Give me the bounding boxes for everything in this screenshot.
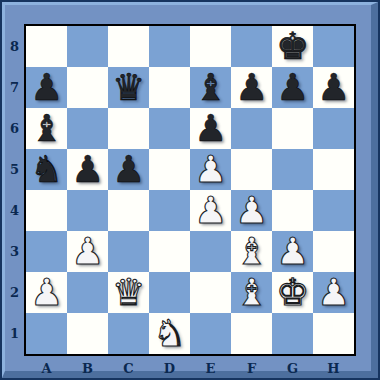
square-f4[interactable]: ♟: [231, 190, 272, 231]
square-f6[interactable]: [231, 108, 272, 149]
piece-white-pawn: ♟: [30, 272, 63, 313]
square-e5[interactable]: ♟: [190, 149, 231, 190]
file-label-e: E: [190, 356, 231, 378]
square-d1[interactable]: ♞: [149, 313, 190, 354]
board-border: ♚♟♛♝♟♟♟♝♟♞♟♟♟♟♟♟♝♟♟♛♝♚♟♞: [24, 24, 356, 356]
square-h5[interactable]: [313, 149, 354, 190]
piece-black-pawn: ♟: [71, 149, 104, 190]
piece-white-pawn: ♟: [317, 272, 350, 313]
square-e3[interactable]: [190, 231, 231, 272]
piece-black-pawn: ♟: [30, 67, 63, 108]
square-a1[interactable]: [26, 313, 67, 354]
square-f1[interactable]: [231, 313, 272, 354]
square-d3[interactable]: [149, 231, 190, 272]
square-h4[interactable]: [313, 190, 354, 231]
rank-label-3: 3: [5, 231, 24, 272]
piece-black-bishop: ♝: [30, 108, 63, 149]
square-c3[interactable]: [108, 231, 149, 272]
square-c6[interactable]: [108, 108, 149, 149]
square-g5[interactable]: [272, 149, 313, 190]
square-d6[interactable]: [149, 108, 190, 149]
square-a3[interactable]: [26, 231, 67, 272]
square-d4[interactable]: [149, 190, 190, 231]
piece-white-pawn: ♟: [276, 231, 309, 272]
piece-black-pawn: ♟: [317, 67, 350, 108]
square-a4[interactable]: [26, 190, 67, 231]
piece-black-king: ♚: [276, 26, 309, 67]
square-h2[interactable]: ♟: [313, 272, 354, 313]
square-h6[interactable]: [313, 108, 354, 149]
piece-black-pawn: ♟: [112, 149, 145, 190]
square-a2[interactable]: ♟: [26, 272, 67, 313]
square-g8[interactable]: ♚: [272, 26, 313, 67]
piece-black-queen: ♛: [112, 67, 145, 108]
square-g7[interactable]: ♟: [272, 67, 313, 108]
square-g3[interactable]: ♟: [272, 231, 313, 272]
square-a6[interactable]: ♝: [26, 108, 67, 149]
piece-black-bishop: ♝: [194, 67, 227, 108]
square-e4[interactable]: ♟: [190, 190, 231, 231]
square-e1[interactable]: [190, 313, 231, 354]
rank-label-4: 4: [5, 190, 24, 231]
square-g6[interactable]: [272, 108, 313, 149]
board-frame: 87654321 ABCDEFGH ♚♟♛♝♟♟♟♝♟♞♟♟♟♟♟♟♝♟♟♛♝♚…: [2, 2, 378, 378]
chess-diagram-window: 87654321 ABCDEFGH ♚♟♛♝♟♟♟♝♟♞♟♟♟♟♟♟♝♟♟♛♝♚…: [0, 0, 380, 380]
piece-white-bishop: ♝: [235, 272, 268, 313]
square-a7[interactable]: ♟: [26, 67, 67, 108]
square-f7[interactable]: ♟: [231, 67, 272, 108]
square-h7[interactable]: ♟: [313, 67, 354, 108]
rank-label-6: 6: [5, 108, 24, 149]
square-c2[interactable]: ♛: [108, 272, 149, 313]
square-c4[interactable]: [108, 190, 149, 231]
file-label-f: F: [231, 356, 272, 378]
file-label-b: B: [67, 356, 108, 378]
square-g1[interactable]: [272, 313, 313, 354]
piece-white-knight: ♞: [153, 313, 186, 354]
square-c7[interactable]: ♛: [108, 67, 149, 108]
square-f2[interactable]: ♝: [231, 272, 272, 313]
piece-black-pawn: ♟: [235, 67, 268, 108]
file-label-d: D: [149, 356, 190, 378]
piece-white-king: ♚: [276, 272, 309, 313]
piece-black-pawn: ♟: [276, 67, 309, 108]
square-b3[interactable]: ♟: [67, 231, 108, 272]
square-e2[interactable]: [190, 272, 231, 313]
piece-white-pawn: ♟: [194, 149, 227, 190]
piece-white-bishop: ♝: [235, 231, 268, 272]
square-c8[interactable]: [108, 26, 149, 67]
file-label-h: H: [313, 356, 354, 378]
rank-label-8: 8: [5, 26, 24, 67]
square-b6[interactable]: [67, 108, 108, 149]
square-c1[interactable]: [108, 313, 149, 354]
square-b4[interactable]: [67, 190, 108, 231]
square-b2[interactable]: [67, 272, 108, 313]
square-a8[interactable]: [26, 26, 67, 67]
piece-white-pawn: ♟: [194, 190, 227, 231]
square-b8[interactable]: [67, 26, 108, 67]
square-d2[interactable]: [149, 272, 190, 313]
square-f3[interactable]: ♝: [231, 231, 272, 272]
square-g4[interactable]: [272, 190, 313, 231]
square-e7[interactable]: ♝: [190, 67, 231, 108]
square-b7[interactable]: [67, 67, 108, 108]
square-e8[interactable]: [190, 26, 231, 67]
square-d8[interactable]: [149, 26, 190, 67]
piece-white-pawn: ♟: [235, 190, 268, 231]
square-g2[interactable]: ♚: [272, 272, 313, 313]
square-h3[interactable]: [313, 231, 354, 272]
piece-black-knight: ♞: [30, 149, 63, 190]
file-labels: ABCDEFGH: [26, 356, 354, 378]
rank-labels: 87654321: [5, 26, 24, 354]
rank-label-5: 5: [5, 149, 24, 190]
file-label-c: C: [108, 356, 149, 378]
square-h1[interactable]: [313, 313, 354, 354]
square-h8[interactable]: [313, 26, 354, 67]
file-label-a: A: [26, 356, 67, 378]
square-f8[interactable]: [231, 26, 272, 67]
square-a5[interactable]: ♞: [26, 149, 67, 190]
square-c5[interactable]: ♟: [108, 149, 149, 190]
square-b1[interactable]: [67, 313, 108, 354]
square-d7[interactable]: [149, 67, 190, 108]
square-b5[interactable]: ♟: [67, 149, 108, 190]
square-d5[interactable]: [149, 149, 190, 190]
square-f5[interactable]: [231, 149, 272, 190]
square-e6[interactable]: ♟: [190, 108, 231, 149]
rank-label-7: 7: [5, 67, 24, 108]
piece-black-pawn: ♟: [194, 108, 227, 149]
file-label-g: G: [272, 356, 313, 378]
piece-white-queen: ♛: [112, 272, 145, 313]
chess-board: ♚♟♛♝♟♟♟♝♟♞♟♟♟♟♟♟♝♟♟♛♝♚♟♞: [26, 26, 354, 354]
piece-white-pawn: ♟: [71, 231, 104, 272]
rank-label-2: 2: [5, 272, 24, 313]
rank-label-1: 1: [5, 313, 24, 354]
